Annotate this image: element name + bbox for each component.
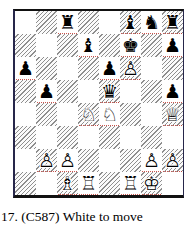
- square-h8: ♜: [162, 11, 183, 34]
- square-g5: [141, 80, 162, 103]
- piece-white-pawn: ♙: [120, 57, 141, 80]
- page: ♜♝♞♜♝♚♟♟♟♙♟♛♟♘♘♕♙♙♙♙♗♖♖♔ 17. (C587) Whit…: [0, 0, 189, 237]
- square-h1: [162, 172, 183, 195]
- square-d2: [78, 149, 99, 172]
- square-c5: [57, 80, 78, 103]
- square-e3: [99, 126, 120, 149]
- square-d6: [78, 57, 99, 80]
- square-e2: [99, 149, 120, 172]
- square-f6: ♙: [120, 57, 141, 80]
- square-d1: ♖: [78, 172, 99, 195]
- piece-white-pawn: ♙: [162, 149, 183, 172]
- square-e8: [99, 11, 120, 34]
- square-c7: [57, 34, 78, 57]
- square-e6: ♟: [99, 57, 120, 80]
- square-b6: [36, 57, 57, 80]
- square-g3: [141, 126, 162, 149]
- piece-white-pawn: ♙: [141, 149, 162, 172]
- piece-black-king: ♚: [120, 34, 141, 57]
- square-h5: ♟: [162, 80, 183, 103]
- caption: 17. (C587) White to move: [1, 209, 143, 225]
- square-b7: [36, 34, 57, 57]
- square-f7: ♚: [120, 34, 141, 57]
- square-c6: [57, 57, 78, 80]
- square-g6: [141, 57, 162, 80]
- square-g7: [141, 34, 162, 57]
- piece-white-rook: ♖: [78, 172, 99, 195]
- square-g8: ♞: [141, 11, 162, 34]
- square-f5: [120, 80, 141, 103]
- square-h2: ♙: [162, 149, 183, 172]
- square-b1: [36, 172, 57, 195]
- piece-black-pawn: ♟: [99, 57, 120, 80]
- piece-black-pawn: ♟: [15, 57, 36, 80]
- piece-black-rook: ♜: [57, 11, 78, 34]
- piece-black-queen: ♛: [99, 80, 120, 103]
- square-c4: [57, 103, 78, 126]
- square-f4: [120, 103, 141, 126]
- piece-white-queen: ♕: [162, 103, 183, 126]
- piece-black-rook: ♜: [162, 11, 183, 34]
- piece-white-bishop: ♗: [57, 172, 78, 195]
- square-a8: [15, 11, 36, 34]
- square-d3: [78, 126, 99, 149]
- square-c1: ♗: [57, 172, 78, 195]
- square-b4: [36, 103, 57, 126]
- piece-black-pawn: ♟: [162, 34, 183, 57]
- square-e5: ♛: [99, 80, 120, 103]
- board-frame: ♜♝♞♜♝♚♟♟♟♙♟♛♟♘♘♕♙♙♙♙♗♖♖♔: [13, 9, 184, 198]
- square-b8: [36, 11, 57, 34]
- square-a1: [15, 172, 36, 195]
- square-d7: ♝: [78, 34, 99, 57]
- square-b5: ♟: [36, 80, 57, 103]
- square-b3: [36, 126, 57, 149]
- square-h6: [162, 57, 183, 80]
- square-c3: [57, 126, 78, 149]
- chess-board: ♜♝♞♜♝♚♟♟♟♙♟♛♟♘♘♕♙♙♙♙♗♖♖♔: [15, 11, 183, 195]
- square-g4: [141, 103, 162, 126]
- square-d5: [78, 80, 99, 103]
- square-a2: [15, 149, 36, 172]
- square-g2: ♙: [141, 149, 162, 172]
- square-a5: [15, 80, 36, 103]
- square-h7: ♟: [162, 34, 183, 57]
- piece-white-pawn: ♙: [57, 149, 78, 172]
- square-b2: ♙: [36, 149, 57, 172]
- square-f2: [120, 149, 141, 172]
- square-f8: ♝: [120, 11, 141, 34]
- piece-black-pawn: ♟: [162, 80, 183, 103]
- square-a6: ♟: [15, 57, 36, 80]
- piece-black-bishop: ♝: [120, 11, 141, 34]
- square-e1: [99, 172, 120, 195]
- square-a4: [15, 103, 36, 126]
- square-a7: [15, 34, 36, 57]
- square-h3: [162, 126, 183, 149]
- piece-white-knight: ♘: [78, 103, 99, 126]
- piece-white-knight: ♘: [99, 103, 120, 126]
- square-e4: ♘: [99, 103, 120, 126]
- piece-white-king: ♔: [141, 172, 162, 195]
- piece-black-knight: ♞: [141, 11, 162, 34]
- square-f1: ♖: [120, 172, 141, 195]
- square-h4: ♕: [162, 103, 183, 126]
- square-f3: [120, 126, 141, 149]
- square-c2: ♙: [57, 149, 78, 172]
- square-c8: ♜: [57, 11, 78, 34]
- square-g1: ♔: [141, 172, 162, 195]
- square-a3: [15, 126, 36, 149]
- piece-white-pawn: ♙: [36, 149, 57, 172]
- square-e7: [99, 34, 120, 57]
- piece-black-bishop: ♝: [78, 34, 99, 57]
- square-d4: ♘: [78, 103, 99, 126]
- piece-black-pawn: ♟: [36, 80, 57, 103]
- square-d8: [78, 11, 99, 34]
- piece-white-rook: ♖: [120, 172, 141, 195]
